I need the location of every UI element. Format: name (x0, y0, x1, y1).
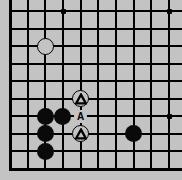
go-board[interactable]: A (0, 0, 182, 180)
white-stone-triangled (72, 90, 89, 107)
triangle-mark-icon (75, 128, 87, 140)
black-stone (125, 125, 142, 142)
point-label-A: A (74, 110, 87, 123)
black-stone (37, 143, 54, 160)
stones-layer (1, 2, 178, 177)
black-stone (54, 108, 71, 125)
black-stone (37, 108, 54, 125)
go-diagram: A (0, 0, 182, 180)
white-stone-triangled (72, 125, 89, 142)
black-stone (37, 125, 54, 142)
triangle-mark-icon (75, 93, 87, 105)
white-stone (37, 38, 54, 55)
